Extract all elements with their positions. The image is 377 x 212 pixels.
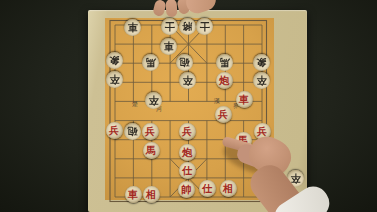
piece-red-horse: 馬: [143, 142, 160, 159]
piece-black-horse: 馬: [216, 54, 233, 71]
piece-red-advisor: 仕: [199, 180, 216, 197]
piece-red-soldier: 兵: [106, 122, 123, 139]
piece-red-cannon: 炮: [179, 144, 196, 161]
piece-red-chariot: 車: [236, 91, 253, 108]
piece-black-soldier: 卒: [253, 72, 270, 89]
piece-red-soldier: 兵: [179, 123, 196, 140]
river-character: 漢: [214, 98, 220, 104]
piece-black-chariot: 車: [160, 38, 177, 55]
piece-red-advisor: 仕: [179, 162, 196, 179]
piece-black-soldier: 卒: [145, 92, 162, 109]
piece-black-chariot: 車: [124, 19, 141, 36]
piece-red-soldier: 兵: [142, 123, 159, 140]
piece-black-advisor: 士: [196, 18, 213, 35]
piece-red-chariot: 車: [125, 186, 142, 203]
piece-red-cannon: 炮: [216, 72, 233, 89]
piece-black-soldier: 卒: [106, 71, 123, 88]
piece-black-cannon: 砲: [176, 54, 193, 71]
river-character: 楚: [132, 101, 138, 107]
piece-red-elephant: 相: [143, 186, 160, 203]
piece-red-general: 帥: [178, 181, 195, 198]
piece-black-general: 將: [179, 18, 196, 35]
pointing-hand: [215, 110, 377, 212]
piece-black-soldier: 卒: [179, 72, 196, 89]
piece-black-horse: 馬: [142, 54, 159, 71]
piece-black-elephant: 象: [253, 54, 270, 71]
top-hand: [150, 0, 216, 16]
piece-black-elephant: 象: [106, 52, 123, 69]
piece-black-cannon: 砲: [124, 123, 141, 140]
piece-black-advisor: 士: [161, 18, 178, 35]
table-scene: 楚河漢界 車士將士車象馬砲馬象卒卒卒卒砲炮車兵兵兵兵兵馬馬炮仕車相帥仕相卒: [0, 0, 377, 212]
